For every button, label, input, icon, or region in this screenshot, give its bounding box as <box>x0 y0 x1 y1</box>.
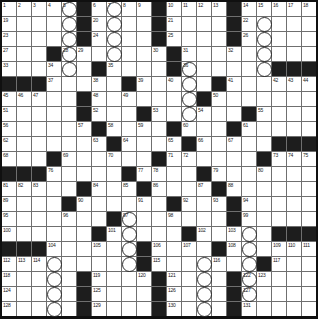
cell-r8c9[interactable] <box>122 107 136 121</box>
cell-r21c13[interactable] <box>182 302 196 316</box>
cell-r20c14[interactable] <box>197 287 211 301</box>
cell-r5c13[interactable]: 36 <box>182 62 196 76</box>
cell-r8c13[interactable] <box>182 107 196 121</box>
cell-r13c12[interactable] <box>167 182 181 196</box>
cell-r6c5[interactable] <box>62 77 76 91</box>
cell-r3c8[interactable] <box>107 32 121 46</box>
cell-r11c19[interactable]: 73 <box>272 152 286 166</box>
cell-r15c13[interactable] <box>182 212 196 226</box>
cell-r13c14[interactable]: 87 <box>197 182 211 196</box>
cell-r18c6[interactable] <box>77 257 91 271</box>
cell-r21c8[interactable] <box>107 302 121 316</box>
cell-r16c10[interactable] <box>137 227 151 241</box>
cell-r8c11[interactable]: 53 <box>152 107 166 121</box>
cell-r12c15[interactable]: 79 <box>212 167 226 181</box>
cell-r19c7[interactable]: 119 <box>92 272 106 286</box>
cell-r17c7[interactable]: 105 <box>92 242 106 256</box>
cell-r19c21[interactable] <box>302 272 316 286</box>
cell-r9c5[interactable] <box>62 122 76 136</box>
cell-r12c16[interactable] <box>227 167 241 181</box>
cell-r13c4[interactable] <box>47 182 61 196</box>
cell-r2c3[interactable] <box>32 17 46 31</box>
cell-r21c7[interactable]: 129 <box>92 302 106 316</box>
cell-r4c3[interactable] <box>32 47 46 61</box>
cell-r16c9[interactable] <box>122 227 136 241</box>
cell-r9c2[interactable] <box>17 122 31 136</box>
cell-r6c14[interactable] <box>197 77 211 91</box>
cell-r14c6[interactable]: 90 <box>77 197 91 211</box>
cell-r15c10[interactable] <box>137 212 151 226</box>
cell-r16c2[interactable] <box>17 227 31 241</box>
cell-r8c18[interactable]: 55 <box>257 107 271 121</box>
cell-r9c3[interactable] <box>32 122 46 136</box>
cell-r17c17[interactable] <box>242 242 256 256</box>
cell-r9c6[interactable]: 57 <box>77 122 91 136</box>
cell-r16c11[interactable] <box>152 227 166 241</box>
cell-r12c10[interactable]: 77 <box>137 167 151 181</box>
cell-r6c7[interactable]: 38 <box>92 77 106 91</box>
cell-r15c4[interactable] <box>47 212 61 226</box>
cell-r20c3[interactable] <box>32 287 46 301</box>
cell-r4c2[interactable] <box>17 47 31 61</box>
cell-r20c5[interactable] <box>62 287 76 301</box>
cell-r4c16[interactable]: 32 <box>227 47 241 61</box>
cell-r8c5[interactable] <box>62 107 76 121</box>
cell-r16c18[interactable] <box>257 227 271 241</box>
cell-r12c18[interactable]: 80 <box>257 167 271 181</box>
cell-r17c12[interactable] <box>167 242 181 256</box>
cell-r18c3[interactable]: 114 <box>32 257 46 271</box>
cell-r5c3[interactable] <box>32 62 46 76</box>
cell-r17c20[interactable]: 110 <box>287 242 301 256</box>
cell-r8c1[interactable]: 51 <box>2 107 16 121</box>
cell-r20c19[interactable] <box>272 287 286 301</box>
cell-r14c9[interactable] <box>122 197 136 211</box>
cell-r17c6[interactable] <box>77 242 91 256</box>
cell-r11c3[interactable] <box>32 152 46 166</box>
cell-r14c13[interactable]: 92 <box>182 197 196 211</box>
cell-r8c14[interactable]: 54 <box>197 107 211 121</box>
cell-r3c5[interactable] <box>62 32 76 46</box>
cell-r16c6[interactable] <box>77 227 91 241</box>
cell-r10c2[interactable] <box>17 137 31 151</box>
cell-r3c13[interactable] <box>182 32 196 46</box>
cell-r21c20[interactable] <box>287 302 301 316</box>
cell-r12c12[interactable] <box>167 167 181 181</box>
cell-r4c13[interactable]: 31 <box>182 47 196 61</box>
cell-r8c21[interactable] <box>302 107 316 121</box>
cell-r19c3[interactable] <box>32 272 46 286</box>
cell-r21c15[interactable] <box>212 302 226 316</box>
cell-r14c21[interactable] <box>302 197 316 211</box>
cell-r19c14[interactable] <box>197 272 211 286</box>
cell-r14c20[interactable] <box>287 197 301 211</box>
cell-r5c18[interactable] <box>257 62 271 76</box>
cell-r20c8[interactable] <box>107 287 121 301</box>
cell-r3c4[interactable] <box>47 32 61 46</box>
cell-r17c14[interactable] <box>197 242 211 256</box>
cell-r7c19[interactable] <box>272 92 286 106</box>
cell-r16c8[interactable]: 101 <box>107 227 121 241</box>
cell-r18c8[interactable] <box>107 257 121 271</box>
cell-r9c18[interactable] <box>257 122 271 136</box>
cell-r10c4[interactable] <box>47 137 61 151</box>
cell-r16c15[interactable] <box>212 227 226 241</box>
cell-r15c3[interactable] <box>32 212 46 226</box>
cell-r9c15[interactable] <box>212 122 226 136</box>
cell-r19c20[interactable] <box>287 272 301 286</box>
cell-r1c14[interactable]: 12 <box>197 2 211 16</box>
cell-r7c8[interactable] <box>107 92 121 106</box>
cell-r21c3[interactable] <box>32 302 46 316</box>
cell-r15c1[interactable]: 95 <box>2 212 16 226</box>
cell-r4c5[interactable]: 28 <box>62 47 76 61</box>
cell-r1c18[interactable]: 15 <box>257 2 271 16</box>
cell-r1c10[interactable]: 9 <box>137 2 151 16</box>
cell-r10c16[interactable]: 67 <box>227 137 241 151</box>
cell-r14c2[interactable] <box>17 197 31 211</box>
cell-r19c18[interactable]: 123 <box>257 272 271 286</box>
cell-r2c13[interactable] <box>182 17 196 31</box>
cell-r17c18[interactable] <box>257 242 271 256</box>
cell-r7c21[interactable] <box>302 92 316 106</box>
cell-r2c7[interactable]: 20 <box>92 17 106 31</box>
cell-r10c12[interactable]: 65 <box>167 137 181 151</box>
cell-r9c10[interactable]: 59 <box>137 122 151 136</box>
cell-r7c12[interactable] <box>167 92 181 106</box>
cell-r21c21[interactable] <box>302 302 316 316</box>
cell-r8c12[interactable] <box>167 107 181 121</box>
cell-r14c11[interactable] <box>152 197 166 211</box>
cell-r10c15[interactable] <box>212 137 226 151</box>
cell-r20c1[interactable]: 124 <box>2 287 16 301</box>
cell-r11c7[interactable] <box>92 152 106 166</box>
cell-r2c15[interactable] <box>212 17 226 31</box>
cell-r21c4[interactable] <box>47 302 61 316</box>
cell-r9c13[interactable]: 60 <box>182 122 196 136</box>
cell-r2c12[interactable]: 21 <box>167 17 181 31</box>
cell-r14c19[interactable] <box>272 197 286 211</box>
cell-r11c21[interactable]: 75 <box>302 152 316 166</box>
cell-r13c13[interactable] <box>182 182 196 196</box>
cell-r16c16[interactable]: 103 <box>227 227 241 241</box>
cell-r5c15[interactable] <box>212 62 226 76</box>
cell-r4c10[interactable] <box>137 47 151 61</box>
cell-r7c3[interactable]: 47 <box>32 92 46 106</box>
cell-r5c8[interactable]: 35 <box>107 62 121 76</box>
cell-r16c12[interactable] <box>167 227 181 241</box>
cell-r20c15[interactable] <box>212 287 226 301</box>
cell-r6c19[interactable]: 42 <box>272 77 286 91</box>
cell-r21c17[interactable]: 131 <box>242 302 256 316</box>
cell-r7c15[interactable]: 50 <box>212 92 226 106</box>
cell-r11c16[interactable] <box>227 152 241 166</box>
cell-r10c17[interactable] <box>242 137 256 151</box>
cell-r12c11[interactable]: 78 <box>152 167 166 181</box>
cell-r11c10[interactable] <box>137 152 151 166</box>
cell-r5c6[interactable] <box>77 62 91 76</box>
cell-r13c9[interactable]: 85 <box>122 182 136 196</box>
cell-r3c17[interactable]: 26 <box>242 32 256 46</box>
cell-r1c7[interactable]: 6 <box>92 2 106 16</box>
cell-r1c15[interactable]: 13 <box>212 2 226 16</box>
cell-r6c13[interactable] <box>182 77 196 91</box>
cell-r3c7[interactable]: 24 <box>92 32 106 46</box>
cell-r7c20[interactable] <box>287 92 301 106</box>
cell-r15c9[interactable]: 97 <box>122 212 136 226</box>
cell-r13c11[interactable]: 86 <box>152 182 166 196</box>
cell-r10c6[interactable] <box>77 137 91 151</box>
cell-r9c9[interactable] <box>122 122 136 136</box>
cell-r19c15[interactable] <box>212 272 226 286</box>
cell-r11c17[interactable] <box>242 152 256 166</box>
cell-r20c13[interactable] <box>182 287 196 301</box>
cell-r19c2[interactable] <box>17 272 31 286</box>
cell-r18c7[interactable] <box>92 257 106 271</box>
cell-r1c3[interactable]: 3 <box>32 2 46 16</box>
cell-r14c15[interactable]: 93 <box>212 197 226 211</box>
cell-r8c7[interactable]: 52 <box>92 107 106 121</box>
cell-r17c8[interactable] <box>107 242 121 256</box>
cell-r1c8[interactable]: 7 <box>107 2 121 16</box>
cell-r8c20[interactable] <box>287 107 301 121</box>
cell-r6c20[interactable]: 43 <box>287 77 301 91</box>
cell-r20c17[interactable]: 127 <box>242 287 256 301</box>
cell-r12c20[interactable] <box>287 167 301 181</box>
cell-r4c19[interactable] <box>272 47 286 61</box>
cell-r20c7[interactable]: 125 <box>92 287 106 301</box>
cell-r3c19[interactable] <box>272 32 286 46</box>
cell-r15c19[interactable] <box>272 212 286 226</box>
cell-r7c1[interactable]: 45 <box>2 92 16 106</box>
cell-r6c10[interactable]: 39 <box>137 77 151 91</box>
cell-r19c8[interactable] <box>107 272 121 286</box>
cell-r9c21[interactable] <box>302 122 316 136</box>
cell-r11c9[interactable] <box>122 152 136 166</box>
cell-r14c17[interactable]: 94 <box>242 197 256 211</box>
cell-r10c10[interactable] <box>137 137 151 151</box>
cell-r6c12[interactable]: 40 <box>167 77 181 91</box>
cell-r13c7[interactable]: 84 <box>92 182 106 196</box>
cell-r12c4[interactable]: 76 <box>47 167 61 181</box>
cell-r4c15[interactable] <box>212 47 226 61</box>
cell-r18c9[interactable] <box>122 257 136 271</box>
cell-r6c17[interactable] <box>242 77 256 91</box>
cell-r19c17[interactable]: 122 <box>242 272 256 286</box>
cell-r15c12[interactable]: 98 <box>167 212 181 226</box>
cell-r10c11[interactable] <box>152 137 166 151</box>
cell-r15c18[interactable] <box>257 212 271 226</box>
cell-r17c4[interactable]: 104 <box>47 242 61 256</box>
cell-r11c2[interactable] <box>17 152 31 166</box>
cell-r15c14[interactable] <box>197 212 211 226</box>
cell-r7c10[interactable] <box>137 92 151 106</box>
cell-r19c19[interactable] <box>272 272 286 286</box>
cell-r2c18[interactable] <box>257 17 271 31</box>
cell-r16c17[interactable] <box>242 227 256 241</box>
cell-r21c12[interactable]: 130 <box>167 302 181 316</box>
cell-r16c1[interactable]: 100 <box>2 227 16 241</box>
cell-r17c11[interactable]: 106 <box>152 242 166 256</box>
cell-r5c1[interactable]: 33 <box>2 62 16 76</box>
cell-r5c11[interactable] <box>152 62 166 76</box>
cell-r3c14[interactable] <box>197 32 211 46</box>
cell-r3c21[interactable] <box>302 32 316 46</box>
cell-r19c4[interactable] <box>47 272 61 286</box>
cell-r18c17[interactable] <box>242 257 256 271</box>
cell-r13c18[interactable] <box>257 182 271 196</box>
cell-r14c10[interactable]: 91 <box>137 197 151 211</box>
cell-r11c12[interactable]: 71 <box>167 152 181 166</box>
cell-r15c17[interactable]: 99 <box>242 212 256 226</box>
cell-r3c12[interactable]: 25 <box>167 32 181 46</box>
cell-r18c2[interactable]: 113 <box>17 257 31 271</box>
cell-r17c13[interactable]: 107 <box>182 242 196 256</box>
cell-r12c13[interactable] <box>182 167 196 181</box>
cell-r18c4[interactable] <box>47 257 61 271</box>
cell-r2c21[interactable] <box>302 17 316 31</box>
cell-r8c3[interactable] <box>32 107 46 121</box>
cell-r15c6[interactable] <box>77 212 91 226</box>
cell-r4c21[interactable] <box>302 47 316 61</box>
cell-r5c5[interactable] <box>62 62 76 76</box>
cell-r21c5[interactable] <box>62 302 76 316</box>
cell-r1c5[interactable]: 5 <box>62 2 76 16</box>
cell-r3c1[interactable]: 23 <box>2 32 16 46</box>
cell-r18c19[interactable]: 117 <box>272 257 286 271</box>
cell-r7c11[interactable] <box>152 92 166 106</box>
cell-r4c9[interactable] <box>122 47 136 61</box>
cell-r10c18[interactable] <box>257 137 271 151</box>
cell-r20c9[interactable] <box>122 287 136 301</box>
cell-r2c9[interactable] <box>122 17 136 31</box>
cell-r2c14[interactable] <box>197 17 211 31</box>
cell-r3c15[interactable] <box>212 32 226 46</box>
cell-r3c20[interactable] <box>287 32 301 46</box>
cell-r3c9[interactable] <box>122 32 136 46</box>
cell-r18c21[interactable] <box>302 257 316 271</box>
cell-r11c8[interactable]: 70 <box>107 152 121 166</box>
cell-r5c9[interactable] <box>122 62 136 76</box>
cell-r14c18[interactable] <box>257 197 271 211</box>
cell-r9c4[interactable] <box>47 122 61 136</box>
cell-r8c16[interactable] <box>227 107 241 121</box>
cell-r6c11[interactable] <box>152 77 166 91</box>
cell-r5c16[interactable] <box>227 62 241 76</box>
cell-r1c21[interactable]: 18 <box>302 2 316 16</box>
cell-r2c8[interactable] <box>107 17 121 31</box>
cell-r15c15[interactable] <box>212 212 226 226</box>
cell-r20c21[interactable] <box>302 287 316 301</box>
cell-r21c19[interactable] <box>272 302 286 316</box>
cell-r17c9[interactable] <box>122 242 136 256</box>
cell-r18c13[interactable] <box>182 257 196 271</box>
cell-r10c1[interactable]: 62 <box>2 137 16 151</box>
cell-r13c8[interactable] <box>107 182 121 196</box>
cell-r8c4[interactable] <box>47 107 61 121</box>
cell-r10c5[interactable] <box>62 137 76 151</box>
cell-r5c2[interactable] <box>17 62 31 76</box>
cell-r9c19[interactable] <box>272 122 286 136</box>
cell-r11c20[interactable]: 74 <box>287 152 301 166</box>
cell-r15c2[interactable] <box>17 212 31 226</box>
cell-r18c15[interactable]: 116 <box>212 257 226 271</box>
cell-r19c1[interactable]: 118 <box>2 272 16 286</box>
cell-r21c10[interactable] <box>137 302 151 316</box>
cell-r6c6[interactable] <box>77 77 91 91</box>
cell-r13c20[interactable] <box>287 182 301 196</box>
cell-r12c8[interactable] <box>107 167 121 181</box>
cell-r2c20[interactable] <box>287 17 301 31</box>
cell-r11c6[interactable] <box>77 152 91 166</box>
cell-r4c6[interactable]: 29 <box>77 47 91 61</box>
cell-r11c14[interactable] <box>197 152 211 166</box>
cell-r6c16[interactable]: 41 <box>227 77 241 91</box>
cell-r3c2[interactable] <box>17 32 31 46</box>
cell-r14c14[interactable] <box>197 197 211 211</box>
cell-r20c4[interactable] <box>47 287 61 301</box>
cell-r18c14[interactable] <box>197 257 211 271</box>
cell-r20c10[interactable] <box>137 287 151 301</box>
cell-r19c5[interactable] <box>62 272 76 286</box>
cell-r6c4[interactable]: 37 <box>47 77 61 91</box>
cell-r20c2[interactable] <box>17 287 31 301</box>
cell-r4c17[interactable] <box>242 47 256 61</box>
cell-r12c19[interactable] <box>272 167 286 181</box>
cell-r20c20[interactable] <box>287 287 301 301</box>
cell-r3c18[interactable] <box>257 32 271 46</box>
cell-r18c16[interactable] <box>227 257 241 271</box>
cell-r17c19[interactable]: 109 <box>272 242 286 256</box>
cell-r12c5[interactable] <box>62 167 76 181</box>
cell-r19c13[interactable] <box>182 272 196 286</box>
cell-r21c2[interactable] <box>17 302 31 316</box>
cell-r21c1[interactable]: 128 <box>2 302 16 316</box>
cell-r8c19[interactable] <box>272 107 286 121</box>
cell-r17c21[interactable]: 111 <box>302 242 316 256</box>
cell-r17c16[interactable]: 108 <box>227 242 241 256</box>
cell-r13c5[interactable] <box>62 182 76 196</box>
cell-r20c12[interactable]: 126 <box>167 287 181 301</box>
cell-r14c4[interactable] <box>47 197 61 211</box>
cell-r4c8[interactable] <box>107 47 121 61</box>
cell-r16c5[interactable] <box>62 227 76 241</box>
cell-r21c9[interactable] <box>122 302 136 316</box>
cell-r1c13[interactable]: 11 <box>182 2 196 16</box>
cell-r14c3[interactable] <box>32 197 46 211</box>
cell-r13c17[interactable] <box>242 182 256 196</box>
cell-r6c21[interactable]: 44 <box>302 77 316 91</box>
cell-r18c1[interactable]: 112 <box>2 257 16 271</box>
cell-r18c12[interactable] <box>167 257 181 271</box>
cell-r7c5[interactable] <box>62 92 76 106</box>
cell-r15c20[interactable] <box>287 212 301 226</box>
cell-r15c7[interactable] <box>92 212 106 226</box>
cell-r3c3[interactable] <box>32 32 46 46</box>
cell-r1c19[interactable]: 16 <box>272 2 286 16</box>
cell-r13c2[interactable]: 82 <box>17 182 31 196</box>
cell-r2c1[interactable]: 19 <box>2 17 16 31</box>
cell-r7c17[interactable] <box>242 92 256 106</box>
cell-r12c17[interactable] <box>242 167 256 181</box>
cell-r13c21[interactable] <box>302 182 316 196</box>
cell-r8c2[interactable] <box>17 107 31 121</box>
cell-r5c10[interactable] <box>137 62 151 76</box>
cell-r14c7[interactable] <box>92 197 106 211</box>
cell-r7c2[interactable]: 46 <box>17 92 31 106</box>
cell-r10c9[interactable]: 64 <box>122 137 136 151</box>
cell-r7c16[interactable] <box>227 92 241 106</box>
